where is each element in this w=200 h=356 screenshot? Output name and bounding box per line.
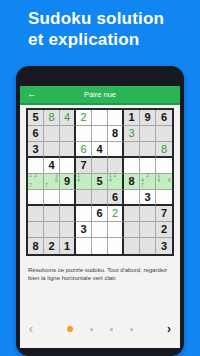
cell-r7c7[interactable]	[124, 206, 140, 222]
back-arrow-icon[interactable]: ←	[27, 90, 36, 99]
cell-r4c6[interactable]	[108, 158, 124, 174]
solved-digit: 6	[80, 144, 86, 155]
cell-r7c8[interactable]	[140, 206, 156, 222]
given-digit: 3	[161, 241, 167, 252]
page-indicator-dots	[33, 326, 167, 332]
cell-r2c7[interactable]: 3	[124, 126, 140, 142]
cell-r8c1[interactable]	[28, 222, 44, 238]
cell-r4c9[interactable]	[156, 158, 172, 174]
given-digit: 8	[112, 128, 118, 139]
solved-digit: 3	[128, 128, 134, 139]
cell-r9c4[interactable]	[76, 238, 92, 254]
cell-r6c4[interactable]	[76, 190, 92, 206]
cell-r1c4[interactable]: 2	[76, 110, 92, 126]
cell-r6c8[interactable]: 3	[140, 190, 156, 206]
solved-digit: 8	[161, 144, 167, 155]
cell-r7c5[interactable]: 6	[92, 206, 108, 222]
cell-r3c4[interactable]: 6	[76, 142, 92, 158]
cell-r1c1[interactable]: 5	[28, 110, 44, 126]
given-digit: 7	[80, 160, 86, 171]
cell-r1c6[interactable]	[108, 110, 124, 126]
cell-r8c3[interactable]	[60, 222, 76, 238]
given-digit: 2	[48, 241, 54, 252]
given-digit: 3	[32, 144, 38, 155]
title-line-2: et explication	[28, 29, 164, 50]
given-digit: 4	[48, 160, 54, 171]
cell-r3c1[interactable]: 3	[28, 142, 44, 158]
cell-r6c2[interactable]	[44, 190, 60, 206]
phone-screen: ← Paire nue 5842196683364847127367914512…	[20, 86, 180, 348]
cell-r3c7[interactable]	[124, 142, 140, 158]
solved-digit: 4	[64, 112, 70, 123]
sudoku-grid: 5842196683364847127367914512482471466362…	[26, 108, 174, 256]
cell-r1c2[interactable]: 8	[44, 110, 60, 126]
cell-r7c4[interactable]	[76, 206, 92, 222]
given-digit: 6	[112, 192, 118, 203]
given-digit: 9	[144, 112, 150, 123]
cell-r5c7[interactable]: 8	[124, 174, 140, 190]
cell-r2c8[interactable]	[140, 126, 156, 142]
given-digit: 9	[64, 176, 70, 187]
cell-r2c9[interactable]	[156, 126, 172, 142]
cell-r2c2[interactable]	[44, 126, 60, 142]
given-digit: 6	[32, 128, 38, 139]
cell-r1c8[interactable]: 9	[140, 110, 156, 126]
cell-r4c2[interactable]: 4	[44, 158, 60, 174]
cell-r6c3[interactable]	[60, 190, 76, 206]
cell-r8c8[interactable]	[140, 222, 156, 238]
given-digit: 5	[96, 176, 102, 187]
next-page-button[interactable]: ›	[167, 323, 171, 335]
solved-digit: 2	[112, 208, 118, 219]
given-digit: 7	[161, 208, 167, 219]
cell-r3c3[interactable]	[60, 142, 76, 158]
cell-r9c7[interactable]	[124, 238, 140, 254]
cell-r6c5[interactable]	[92, 190, 108, 206]
cell-r7c6[interactable]: 2	[108, 206, 124, 222]
cell-r7c1[interactable]	[28, 206, 44, 222]
cell-r8c2[interactable]	[44, 222, 60, 238]
given-digit: 8	[32, 241, 38, 252]
cell-r7c3[interactable]	[60, 206, 76, 222]
cell-r3c5[interactable]: 4	[92, 142, 108, 158]
solved-digit: 8	[48, 112, 54, 123]
cell-r5c2[interactable]: 367	[44, 174, 60, 190]
candidate-digits: 124	[108, 174, 122, 189]
cell-r8c7[interactable]	[124, 222, 140, 238]
cell-r3c2[interactable]	[44, 142, 60, 158]
candidate-digits: 14	[76, 174, 91, 189]
cell-r4c8[interactable]	[140, 158, 156, 174]
app-bar-title: Paire nue	[20, 90, 180, 99]
cell-r2c1[interactable]: 6	[28, 126, 44, 142]
page-dot-1-active[interactable]	[67, 326, 73, 332]
cell-r8c4[interactable]: 3	[76, 222, 92, 238]
cell-r5c6[interactable]: 124	[108, 174, 124, 190]
cell-r6c6[interactable]: 6	[108, 190, 124, 206]
page-dot-4[interactable]	[130, 328, 133, 331]
cell-r9c1[interactable]: 8	[28, 238, 44, 254]
cell-r5c3[interactable]: 9	[60, 174, 76, 190]
given-digit: 5	[32, 112, 38, 123]
given-digit: 3	[80, 224, 86, 235]
cell-r9c8[interactable]	[140, 238, 156, 254]
cell-r4c3[interactable]	[60, 158, 76, 174]
cell-r5c1[interactable]: 127	[28, 174, 44, 190]
cell-r5c9[interactable]: 146	[156, 174, 172, 190]
cell-r5c4[interactable]: 14	[76, 174, 92, 190]
candidate-digits: 367	[44, 174, 59, 189]
cell-r7c9[interactable]: 7	[156, 206, 172, 222]
store-screenshot-title: Sudoku solution et explication	[28, 8, 164, 50]
cell-r3c6[interactable]	[108, 142, 124, 158]
candidate-digits: 146	[156, 174, 172, 189]
cell-r1c9[interactable]: 6	[156, 110, 172, 126]
given-digit: 1	[128, 112, 134, 123]
cell-r4c4[interactable]: 7	[76, 158, 92, 174]
cell-r9c9[interactable]: 3	[156, 238, 172, 254]
page-dot-3[interactable]	[110, 328, 113, 331]
cell-r3c9[interactable]: 8	[156, 142, 172, 158]
explanation-text: Résolvons ce puzzle sudoku. Tout d'abord…	[20, 256, 180, 282]
cell-r8c9[interactable]: 2	[156, 222, 172, 238]
given-digit: 6	[96, 208, 102, 219]
cell-r8c6[interactable]	[108, 222, 124, 238]
given-digit: 2	[161, 224, 167, 235]
given-digit: 3	[144, 192, 150, 203]
cell-r1c5[interactable]	[92, 110, 108, 126]
candidate-digits: 127	[28, 174, 43, 189]
cell-r6c1[interactable]	[28, 190, 44, 206]
cell-r3c8[interactable]	[140, 142, 156, 158]
cell-r4c5[interactable]	[92, 158, 108, 174]
cell-r7c2[interactable]	[44, 206, 60, 222]
title-line-1: Sudoku solution	[28, 8, 164, 29]
candidate-digits: 247	[140, 174, 155, 189]
cell-r2c6[interactable]: 8	[108, 126, 124, 142]
cell-r6c7[interactable]	[124, 190, 140, 206]
cell-r1c3[interactable]: 4	[60, 110, 76, 126]
app-bar: ← Paire nue	[20, 86, 180, 105]
phone-mockup: ← Paire nue 5842196683364847127367914512…	[16, 66, 184, 356]
cell-r2c5[interactable]	[92, 126, 108, 142]
cell-r9c3[interactable]: 1	[60, 238, 76, 254]
cell-r4c1[interactable]	[28, 158, 44, 174]
cell-r5c5[interactable]: 5	[92, 174, 108, 190]
cell-r6c9[interactable]	[156, 190, 172, 206]
cell-r9c2[interactable]: 2	[44, 238, 60, 254]
given-digit: 8	[128, 176, 134, 187]
cell-r2c4[interactable]	[76, 126, 92, 142]
cell-r4c7[interactable]	[124, 158, 140, 174]
cell-r8c5[interactable]	[92, 222, 108, 238]
cell-r9c5[interactable]	[92, 238, 108, 254]
given-digit: 6	[161, 112, 167, 123]
solved-digit: 2	[80, 112, 86, 123]
given-digit: 1	[64, 241, 70, 252]
cell-r2c3[interactable]	[60, 126, 76, 142]
cell-r5c8[interactable]: 247	[140, 174, 156, 190]
given-digit: 4	[96, 144, 102, 155]
cell-r9c6[interactable]	[108, 238, 124, 254]
page-dot-2[interactable]	[90, 328, 93, 331]
pager-bar: ‹ ›	[20, 323, 180, 348]
cell-r1c7[interactable]: 1	[124, 110, 140, 126]
